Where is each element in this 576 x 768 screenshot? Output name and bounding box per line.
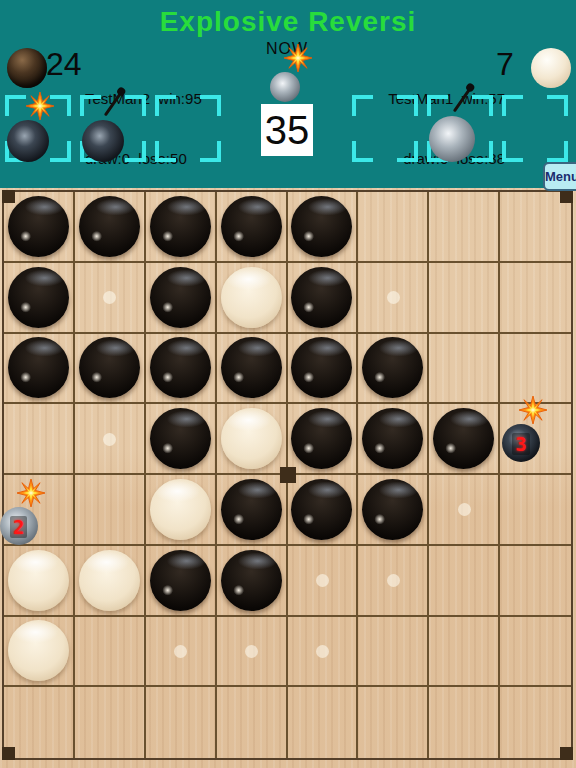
bomb-fuse [453,86,473,112]
black-disc [8,337,69,398]
cell-r3c7[interactable] [429,334,500,405]
cell-r8c6[interactable] [358,687,429,758]
tray-bracket-corner [155,141,176,162]
black-player-disc-icon [7,48,47,88]
cell-r7c4[interactable] [217,617,288,688]
black-disc [79,337,140,398]
tray-bracket-corner [352,95,373,116]
cell-r1c6[interactable] [358,192,429,263]
cell-r1c5[interactable] [288,192,359,263]
cell-r7c8[interactable] [500,617,571,688]
black-disc [433,408,494,469]
game-title: Explosive Reversi [0,6,576,38]
white-disc [8,550,69,611]
white-tray-slot-2[interactable] [427,95,493,162]
gray-bomb-sphere [429,116,475,162]
cell-r6c5[interactable] [288,546,359,617]
white-player-disc-icon [531,48,571,88]
legal-move-hint-dot[interactable] [387,291,400,304]
cell-r7c1[interactable] [4,617,75,688]
cell-r2c5[interactable] [288,263,359,334]
legal-move-hint-dot[interactable] [103,433,116,446]
white-tray-slot-1[interactable] [352,95,418,162]
menu-button[interactable]: Menu [543,162,576,191]
cell-r6c8[interactable] [500,546,571,617]
cell-r5c6[interactable] [358,475,429,546]
cell-r4c1[interactable] [4,404,75,475]
cell-r4c8[interactable]: 3 [500,404,571,475]
cell-r5c5[interactable] [288,475,359,546]
black-disc [150,196,211,257]
cell-r3c4[interactable] [217,334,288,405]
cell-r3c2[interactable] [75,334,146,405]
tray-bracket-corner [352,141,373,162]
cell-r7c3[interactable] [146,617,217,688]
cell-r2c6[interactable] [358,263,429,334]
black-disc [221,196,282,257]
cell-r4c5[interactable] [288,404,359,475]
white-disc [221,408,282,469]
tray-bracket-corner [547,141,568,162]
black-bomb-fused[interactable] [82,94,152,162]
bomb-fuse [104,90,124,116]
cell-r6c7[interactable] [429,546,500,617]
cell-r7c5[interactable] [288,617,359,688]
black-disc [8,267,69,328]
black-bomb-sphere [82,120,124,162]
black-disc [291,196,352,257]
cell-r2c1[interactable] [4,263,75,334]
bomb-timer-digit: 2 [10,516,27,538]
black-disc [79,196,140,257]
black-bomb-sphere [7,120,49,162]
bomb-timer-digit: 3 [512,433,529,455]
cell-r4c6[interactable] [358,404,429,475]
white-disc [8,620,69,681]
cell-r5c8[interactable] [500,475,571,546]
turn-indicator-bomb-icon [266,50,326,100]
cell-r2c2[interactable] [75,263,146,334]
black-board-bomb[interactable]: 3 [502,398,568,462]
cell-r2c7[interactable] [429,263,500,334]
board-tl-corner-marker [2,190,15,203]
black-disc [362,408,423,469]
tray-bracket-corner [547,95,568,116]
cell-r4c4[interactable] [217,404,288,475]
black-tray-slot-2[interactable] [80,95,146,162]
tray-bracket-corner [200,141,221,162]
board-bl-corner-marker [2,747,15,760]
cell-r8c3[interactable] [146,687,217,758]
white-tray-slot-3[interactable] [502,95,568,162]
black-disc [150,550,211,611]
legal-move-hint-dot[interactable] [245,645,258,658]
cell-r5c2[interactable] [75,475,146,546]
cell-r5c4[interactable] [217,475,288,546]
bomb-spark-icon [519,396,547,428]
legal-move-hint-dot[interactable] [103,291,116,304]
black-disc [291,408,352,469]
black-tray-slot-3[interactable] [155,95,221,162]
cell-r5c7[interactable] [429,475,500,546]
move-counter-box: 35 [261,104,313,156]
cell-r6c4[interactable] [217,546,288,617]
tray-bracket-corner [502,141,523,162]
black-disc [150,267,211,328]
cell-r3c6[interactable] [358,334,429,405]
cell-r1c7[interactable] [429,192,500,263]
white-bomb-tray [352,95,568,162]
black-disc [291,479,352,540]
white-disc [221,267,282,328]
cell-r3c8[interactable] [500,334,571,405]
bomb-spark-icon [26,92,54,124]
move-counter-value: 35 [265,108,310,153]
cell-r1c3[interactable] [146,192,217,263]
black-disc [150,408,211,469]
white-score: 7 [492,46,518,83]
tray-bracket-corner [397,141,418,162]
cell-r4c3[interactable] [146,404,217,475]
cell-r4c7[interactable] [429,404,500,475]
cell-r7c7[interactable] [429,617,500,688]
cell-r6c6[interactable] [358,546,429,617]
legal-move-hint-dot[interactable] [316,574,329,587]
cell-r5c3[interactable] [146,475,217,546]
cell-r3c3[interactable] [146,334,217,405]
tray-bracket-corner [200,95,221,116]
board-grid: 32 [2,190,573,760]
header-panel: Explosive Reversi 24 TestMan2 win:95 dra… [0,0,576,188]
cell-r3c5[interactable] [288,334,359,405]
cell-r8c7[interactable] [429,687,500,758]
board: 32 [0,188,576,768]
cell-r4c2[interactable] [75,404,146,475]
cell-r6c2[interactable] [75,546,146,617]
cell-r7c6[interactable] [358,617,429,688]
cell-r3c1[interactable] [4,334,75,405]
black-bomb-lit[interactable] [7,94,77,162]
white-disc [79,550,140,611]
gray-bomb-fused[interactable] [429,90,503,162]
black-disc [291,267,352,328]
tray-bracket-corner [502,95,523,116]
black-disc [291,337,352,398]
legal-move-hint-dot[interactable] [174,645,187,658]
bomb-spark-icon [284,44,312,76]
cell-r8c5[interactable] [288,687,359,758]
black-disc [221,337,282,398]
black-disc [362,479,423,540]
cell-r1c2[interactable] [75,192,146,263]
black-disc [221,479,282,540]
tray-bracket-corner [397,95,418,116]
cell-r2c4[interactable] [217,263,288,334]
cell-r8c2[interactable] [75,687,146,758]
black-score: 24 [46,46,82,83]
white-board-bomb[interactable]: 2 [0,481,66,545]
black-disc [221,550,282,611]
legal-move-hint-dot[interactable] [387,574,400,587]
cell-r8c4[interactable] [217,687,288,758]
cell-r6c1[interactable] [4,546,75,617]
black-disc [8,196,69,257]
black-disc [150,337,211,398]
bomb-spark-icon [17,479,45,511]
board-br-corner-marker [560,747,573,760]
gray-bomb-sphere [270,72,300,102]
cell-r1c4[interactable] [217,192,288,263]
black-bomb-tray [5,95,221,162]
tray-bracket-corner [155,95,176,116]
board-tr-corner-marker [560,190,573,203]
black-tray-slot-1[interactable] [5,95,71,162]
white-disc [150,479,211,540]
cell-r2c8[interactable] [500,263,571,334]
now-bomb [270,46,328,102]
black-disc [362,337,423,398]
cell-r2c3[interactable] [146,263,217,334]
cell-r7c2[interactable] [75,617,146,688]
legal-move-hint-dot[interactable] [458,503,471,516]
legal-move-hint-dot[interactable] [316,645,329,658]
cell-r5c1[interactable]: 2 [4,475,75,546]
board-center-marker [280,467,296,483]
cell-r6c3[interactable] [146,546,217,617]
